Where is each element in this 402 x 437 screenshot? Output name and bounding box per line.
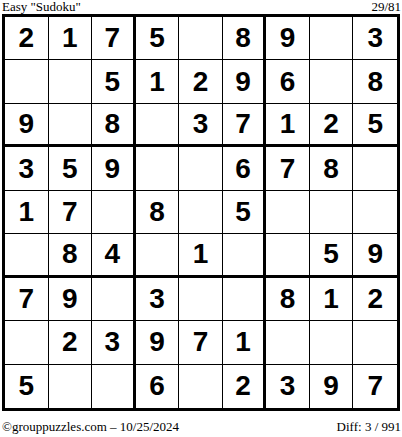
empty-cell-r5c9 <box>353 191 397 234</box>
given-cell-r2c3: 5 <box>92 60 136 103</box>
given-cell-r8c5: 7 <box>179 321 223 364</box>
given-cell-r9c6: 2 <box>223 365 267 408</box>
given-cell-r5c6: 5 <box>223 191 267 234</box>
given-cell-r8c6: 1 <box>223 321 267 364</box>
sudoku-board: 2175893512968983712535967817858415979381… <box>2 14 400 411</box>
puzzle-title: Easy "Sudoku" <box>2 0 81 14</box>
given-cell-r6c3: 4 <box>92 234 136 277</box>
empty-cell-r2c2 <box>49 60 93 103</box>
sudoku-page: Easy "Sudoku" 29/81 21758935129689837125… <box>0 0 402 437</box>
empty-cell-r1c5 <box>179 17 223 60</box>
given-cell-r3c8: 2 <box>310 104 354 147</box>
given-cell-r5c1: 1 <box>5 191 49 234</box>
given-cell-r2c4: 1 <box>136 60 180 103</box>
empty-cell-r7c6 <box>223 278 267 321</box>
given-cell-r1c4: 5 <box>136 17 180 60</box>
given-cell-r4c7: 7 <box>266 147 310 190</box>
given-cell-r4c2: 5 <box>49 147 93 190</box>
empty-cell-r6c4 <box>136 234 180 277</box>
empty-cell-r3c4 <box>136 104 180 147</box>
given-cell-r7c9: 2 <box>353 278 397 321</box>
given-cell-r6c2: 8 <box>49 234 93 277</box>
difficulty-label: Diff: 3 / 991 <box>337 419 401 434</box>
given-cell-r7c7: 8 <box>266 278 310 321</box>
cell-counter: 29/81 <box>371 0 401 14</box>
given-cell-r1c1: 2 <box>5 17 49 60</box>
given-cell-r7c4: 3 <box>136 278 180 321</box>
empty-cell-r8c8 <box>310 321 354 364</box>
empty-cell-r4c9 <box>353 147 397 190</box>
given-cell-r9c1: 5 <box>5 365 49 408</box>
given-cell-r6c5: 1 <box>179 234 223 277</box>
empty-cell-r4c4 <box>136 147 180 190</box>
empty-cell-r2c1 <box>5 60 49 103</box>
given-cell-r3c7: 1 <box>266 104 310 147</box>
empty-cell-r3c2 <box>49 104 93 147</box>
given-cell-r6c8: 5 <box>310 234 354 277</box>
given-cell-r1c3: 7 <box>92 17 136 60</box>
given-cell-r8c4: 9 <box>136 321 180 364</box>
given-cell-r2c5: 2 <box>179 60 223 103</box>
given-cell-r5c4: 8 <box>136 191 180 234</box>
empty-cell-r7c3 <box>92 278 136 321</box>
given-cell-r3c9: 5 <box>353 104 397 147</box>
empty-cell-r9c2 <box>49 365 93 408</box>
given-cell-r8c2: 2 <box>49 321 93 364</box>
given-cell-r5c2: 7 <box>49 191 93 234</box>
given-cell-r8c3: 3 <box>92 321 136 364</box>
given-cell-r4c8: 8 <box>310 147 354 190</box>
given-cell-r6c9: 9 <box>353 234 397 277</box>
given-cell-r2c7: 6 <box>266 60 310 103</box>
given-cell-r9c9: 7 <box>353 365 397 408</box>
given-cell-r1c2: 1 <box>49 17 93 60</box>
given-cell-r4c6: 6 <box>223 147 267 190</box>
given-cell-r7c2: 9 <box>49 278 93 321</box>
empty-cell-r2c8 <box>310 60 354 103</box>
empty-cell-r5c5 <box>179 191 223 234</box>
given-cell-r3c1: 9 <box>5 104 49 147</box>
empty-cell-r8c9 <box>353 321 397 364</box>
given-cell-r2c6: 9 <box>223 60 267 103</box>
given-cell-r9c4: 6 <box>136 365 180 408</box>
empty-cell-r4c5 <box>179 147 223 190</box>
empty-cell-r5c3 <box>92 191 136 234</box>
footer: ©grouppuzzles.com – 10/25/2024 Diff: 3 /… <box>2 419 401 434</box>
empty-cell-r6c7 <box>266 234 310 277</box>
empty-cell-r5c7 <box>266 191 310 234</box>
source-credit: ©grouppuzzles.com – 10/25/2024 <box>2 419 179 434</box>
given-cell-r7c8: 1 <box>310 278 354 321</box>
empty-cell-r6c1 <box>5 234 49 277</box>
given-cell-r4c3: 9 <box>92 147 136 190</box>
given-cell-r9c7: 3 <box>266 365 310 408</box>
empty-cell-r5c8 <box>310 191 354 234</box>
empty-cell-r8c7 <box>266 321 310 364</box>
given-cell-r2c9: 8 <box>353 60 397 103</box>
given-cell-r9c8: 9 <box>310 365 354 408</box>
given-cell-r1c7: 9 <box>266 17 310 60</box>
given-cell-r1c9: 3 <box>353 17 397 60</box>
empty-cell-r6c6 <box>223 234 267 277</box>
empty-cell-r1c8 <box>310 17 354 60</box>
given-cell-r3c3: 8 <box>92 104 136 147</box>
given-cell-r7c1: 7 <box>5 278 49 321</box>
empty-cell-r9c5 <box>179 365 223 408</box>
header: Easy "Sudoku" 29/81 <box>2 0 401 14</box>
empty-cell-r9c3 <box>92 365 136 408</box>
given-cell-r4c1: 3 <box>5 147 49 190</box>
empty-cell-r8c1 <box>5 321 49 364</box>
given-cell-r3c6: 7 <box>223 104 267 147</box>
given-cell-r1c6: 8 <box>223 17 267 60</box>
empty-cell-r7c5 <box>179 278 223 321</box>
given-cell-r3c5: 3 <box>179 104 223 147</box>
